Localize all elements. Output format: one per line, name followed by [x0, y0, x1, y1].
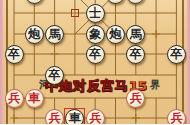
black-piece[interactable]: 卒 [167, 45, 186, 64]
pieces-layer: 士炮馬象炮馬卒卒卒卒卒兵車兵兵車兵兵 [3, 0, 187, 124]
black-piece[interactable]: 馬 [45, 25, 64, 44]
black-piece[interactable]: 象 [86, 25, 105, 44]
black-piece[interactable]: 炮 [25, 25, 44, 44]
xiangqi-board[interactable]: 河 界 中炮对反宫马15 士炮馬象炮馬卒卒卒卒卒兵車兵兵車兵兵 [3, 0, 187, 124]
cut-black-piece[interactable] [126, 0, 145, 4]
red-piece[interactable]: 兵 [167, 109, 186, 125]
black-piece[interactable]: 卒 [86, 45, 105, 64]
red-piece[interactable]: 兵 [5, 89, 24, 108]
red-piece[interactable]: 兵 [45, 109, 64, 125]
red-piece[interactable]: 兵 [126, 89, 145, 108]
black-piece[interactable]: 卒 [5, 45, 24, 64]
letterbox-right [187, 0, 190, 124]
black-piece[interactable]: 卒 [45, 66, 64, 85]
black-piece[interactable]: 炮 [106, 25, 125, 44]
cut-black-piece[interactable] [25, 0, 44, 4]
video-frame: 河 界 中炮对反宫马15 士炮馬象炮馬卒卒卒卒卒兵車兵兵車兵兵 [0, 0, 190, 124]
red-piece[interactable]: 車 [25, 89, 44, 108]
cut-black-piece[interactable] [106, 0, 125, 4]
black-piece[interactable]: 馬 [126, 25, 145, 44]
red-piece[interactable]: 兵 [86, 109, 105, 125]
black-piece[interactable]: 士 [86, 4, 105, 23]
letterbox-left [0, 0, 3, 124]
black-piece[interactable]: 卒 [126, 45, 145, 64]
